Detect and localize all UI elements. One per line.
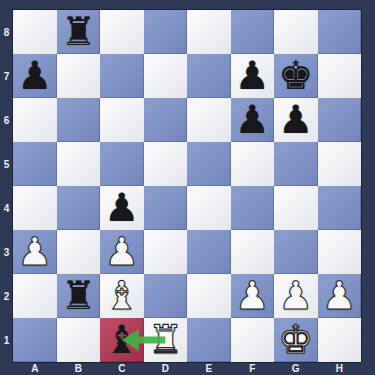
file-label-e: E	[187, 362, 231, 375]
square-f8[interactable]	[231, 10, 275, 54]
chess-board: ♜♟♟♚♟♟♟♟♟♜♝♟♟♟♝♜♚	[13, 10, 361, 362]
square-a4[interactable]	[13, 186, 57, 230]
square-h3[interactable]	[318, 230, 362, 274]
rank-label-7: 7	[0, 54, 13, 98]
square-g3[interactable]	[274, 230, 318, 274]
square-e6[interactable]	[187, 98, 231, 142]
square-c8[interactable]	[100, 10, 144, 54]
square-a8[interactable]	[13, 10, 57, 54]
square-h1[interactable]	[318, 318, 362, 362]
piece-white-pawn-a3[interactable]: ♟	[13, 230, 57, 274]
piece-black-pawn-f7[interactable]: ♟	[231, 54, 275, 98]
rank-label-5: 5	[0, 142, 13, 186]
square-f4[interactable]	[231, 186, 275, 230]
file-label-g: G	[274, 362, 318, 375]
piece-white-king-g1[interactable]: ♚	[274, 318, 318, 362]
square-e5[interactable]	[187, 142, 231, 186]
square-d7[interactable]	[144, 54, 188, 98]
file-label-f: F	[231, 362, 275, 375]
square-e7[interactable]	[187, 54, 231, 98]
square-a6[interactable]	[13, 98, 57, 142]
rank-label-6: 6	[0, 98, 13, 142]
square-c7[interactable]	[100, 54, 144, 98]
square-c6[interactable]	[100, 98, 144, 142]
square-g8[interactable]	[274, 10, 318, 54]
square-d2[interactable]	[144, 274, 188, 318]
file-labels: ABCDEFGH	[13, 362, 361, 375]
square-b7[interactable]	[57, 54, 101, 98]
piece-white-pawn-h2[interactable]: ♟	[318, 274, 362, 318]
rank-label-2: 2	[0, 274, 13, 318]
square-b8[interactable]: ♜	[57, 10, 101, 54]
square-d8[interactable]	[144, 10, 188, 54]
square-e1[interactable]	[187, 318, 231, 362]
square-f3[interactable]	[231, 230, 275, 274]
square-f6[interactable]: ♟	[231, 98, 275, 142]
square-d4[interactable]	[144, 186, 188, 230]
square-c4[interactable]: ♟	[100, 186, 144, 230]
square-b5[interactable]	[57, 142, 101, 186]
rank-labels: 87654321	[0, 10, 13, 362]
square-e8[interactable]	[187, 10, 231, 54]
piece-black-king-g7[interactable]: ♚	[274, 54, 318, 98]
square-f2[interactable]: ♟	[231, 274, 275, 318]
piece-white-pawn-f2[interactable]: ♟	[231, 274, 275, 318]
piece-black-pawn-f6[interactable]: ♟	[231, 98, 275, 142]
square-f1[interactable]	[231, 318, 275, 362]
square-h4[interactable]	[318, 186, 362, 230]
square-b6[interactable]	[57, 98, 101, 142]
square-h5[interactable]	[318, 142, 362, 186]
square-d5[interactable]	[144, 142, 188, 186]
square-d3[interactable]	[144, 230, 188, 274]
file-label-b: B	[57, 362, 101, 375]
piece-white-rook-d1[interactable]: ♜	[144, 318, 188, 362]
square-e3[interactable]	[187, 230, 231, 274]
square-b3[interactable]	[57, 230, 101, 274]
square-a2[interactable]	[13, 274, 57, 318]
square-h7[interactable]	[318, 54, 362, 98]
piece-black-pawn-g6[interactable]: ♟	[274, 98, 318, 142]
file-label-h: H	[318, 362, 362, 375]
square-g2[interactable]: ♟	[274, 274, 318, 318]
square-a7[interactable]: ♟	[13, 54, 57, 98]
file-label-a: A	[13, 362, 57, 375]
piece-black-pawn-c4[interactable]: ♟	[100, 186, 144, 230]
square-f5[interactable]	[231, 142, 275, 186]
square-d1[interactable]: ♜	[144, 318, 188, 362]
square-f7[interactable]: ♟	[231, 54, 275, 98]
square-h2[interactable]: ♟	[318, 274, 362, 318]
square-a1[interactable]	[13, 318, 57, 362]
square-h6[interactable]	[318, 98, 362, 142]
square-g5[interactable]	[274, 142, 318, 186]
square-b2[interactable]: ♜	[57, 274, 101, 318]
square-g4[interactable]	[274, 186, 318, 230]
piece-white-pawn-g2[interactable]: ♟	[274, 274, 318, 318]
chess-board-frame: 87654321 ABCDEFGH ♜♟♟♚♟♟♟♟♟♜♝♟♟♟♝♜♚	[0, 0, 375, 375]
file-label-d: D	[144, 362, 188, 375]
square-c2[interactable]: ♝	[100, 274, 144, 318]
piece-black-rook-b2[interactable]: ♜	[57, 274, 101, 318]
piece-white-bishop-c2[interactable]: ♝	[100, 274, 144, 318]
square-e4[interactable]	[187, 186, 231, 230]
square-e2[interactable]	[187, 274, 231, 318]
rank-label-8: 8	[0, 10, 13, 54]
square-c5[interactable]	[100, 142, 144, 186]
square-c3[interactable]: ♟	[100, 230, 144, 274]
square-d6[interactable]	[144, 98, 188, 142]
square-g7[interactable]: ♚	[274, 54, 318, 98]
square-b1[interactable]	[57, 318, 101, 362]
piece-black-rook-b8[interactable]: ♜	[57, 10, 101, 54]
square-b4[interactable]	[57, 186, 101, 230]
square-h8[interactable]	[318, 10, 362, 54]
piece-white-pawn-c3[interactable]: ♟	[100, 230, 144, 274]
square-c1[interactable]: ♝	[100, 318, 144, 362]
piece-black-bishop-c1[interactable]: ♝	[100, 318, 144, 362]
rank-label-4: 4	[0, 186, 13, 230]
square-g1[interactable]: ♚	[274, 318, 318, 362]
square-a5[interactable]	[13, 142, 57, 186]
piece-black-pawn-a7[interactable]: ♟	[13, 54, 57, 98]
file-label-c: C	[100, 362, 144, 375]
rank-label-3: 3	[0, 230, 13, 274]
square-g6[interactable]: ♟	[274, 98, 318, 142]
square-a3[interactable]: ♟	[13, 230, 57, 274]
rank-label-1: 1	[0, 318, 13, 362]
